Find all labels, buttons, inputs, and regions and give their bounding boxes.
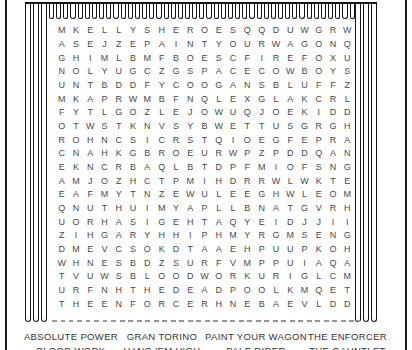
grid-cell[interactable]: Y (326, 65, 340, 79)
grid-cell[interactable]: P (297, 243, 311, 257)
grid-cell[interactable]: M (55, 92, 69, 106)
grid-cell[interactable]: Q (254, 24, 268, 38)
grid-cell[interactable]: C (112, 243, 126, 257)
grid-cell[interactable]: H (212, 174, 226, 188)
grid-cell[interactable]: U (240, 38, 254, 52)
grid-cell[interactable]: K (154, 243, 168, 257)
grid-cell[interactable]: L (340, 92, 354, 106)
grid-cell[interactable]: D (340, 106, 354, 120)
grid-cell[interactable]: F (55, 106, 69, 120)
grid-cell[interactable]: M (140, 92, 154, 106)
grid-cell[interactable]: B (169, 51, 183, 65)
grid-cell[interactable]: I (169, 38, 183, 52)
grid-cell[interactable]: R (197, 297, 211, 311)
grid-cell[interactable]: N (183, 92, 197, 106)
grid-cell[interactable]: Q (312, 147, 326, 161)
grid-cell[interactable]: Z (112, 38, 126, 52)
grid-cell[interactable]: I (312, 106, 326, 120)
grid-cell[interactable]: H (69, 297, 83, 311)
grid-cell[interactable]: G (212, 79, 226, 93)
grid-cell[interactable]: S (126, 215, 140, 229)
grid-cell[interactable]: N (326, 38, 340, 52)
grid-cell[interactable]: J (312, 215, 326, 229)
grid-cell[interactable]: G (269, 133, 283, 147)
grid-cell[interactable]: C (226, 65, 240, 79)
grid-cell[interactable]: K (312, 243, 326, 257)
grid-cell[interactable]: D (212, 161, 226, 175)
grid-cell[interactable]: E (283, 297, 297, 311)
grid-cell[interactable]: E (83, 38, 97, 52)
grid-cell[interactable]: Z (154, 65, 168, 79)
grid-cell[interactable]: W (269, 174, 283, 188)
grid-cell[interactable]: I (140, 202, 154, 216)
grid-cell[interactable]: S (283, 120, 297, 134)
grid-cell[interactable]: G (326, 120, 340, 134)
grid-cell[interactable]: M (69, 243, 83, 257)
grid-cell[interactable]: I (297, 256, 311, 270)
grid-cell[interactable]: A (269, 202, 283, 216)
grid-cell[interactable]: M (226, 229, 240, 243)
grid-cell[interactable]: M (283, 229, 297, 243)
grid-cell[interactable]: N (69, 147, 83, 161)
grid-cell[interactable]: E (312, 229, 326, 243)
grid-cell[interactable]: C (169, 297, 183, 311)
grid-cell[interactable]: E (169, 188, 183, 202)
grid-cell[interactable]: U (55, 215, 69, 229)
grid-cell[interactable]: T (126, 188, 140, 202)
grid-cell[interactable]: P (97, 92, 111, 106)
grid-cell[interactable]: M (254, 161, 268, 175)
grid-cell[interactable]: R (269, 51, 283, 65)
grid-cell[interactable]: L (212, 92, 226, 106)
grid-cell[interactable]: O (312, 51, 326, 65)
grid-cell[interactable]: F (83, 188, 97, 202)
grid-cell[interactable]: T (197, 38, 211, 52)
grid-cell[interactable]: Y (140, 229, 154, 243)
grid-cell[interactable]: U (197, 188, 211, 202)
grid-cell[interactable]: I (326, 215, 340, 229)
grid-cell[interactable]: T (197, 133, 211, 147)
grid-cell[interactable]: D (297, 147, 311, 161)
grid-cell[interactable]: N (112, 297, 126, 311)
grid-cell[interactable]: Q (312, 284, 326, 298)
grid-cell[interactable]: C (326, 270, 340, 284)
grid-cell[interactable]: C (97, 161, 111, 175)
grid-cell[interactable]: G (340, 229, 354, 243)
grid-cell[interactable]: H (69, 51, 83, 65)
grid-cell[interactable]: T (326, 174, 340, 188)
grid-cell[interactable]: B (183, 161, 197, 175)
grid-cell[interactable]: Y (169, 202, 183, 216)
grid-cell[interactable]: O (326, 243, 340, 257)
grid-cell[interactable]: N (69, 202, 83, 216)
grid-cell[interactable]: B (240, 202, 254, 216)
grid-cell[interactable]: I (197, 174, 211, 188)
grid-cell[interactable]: Y (240, 215, 254, 229)
grid-cell[interactable]: L (283, 174, 297, 188)
grid-cell[interactable]: R (154, 147, 168, 161)
grid-cell[interactable]: I (254, 51, 268, 65)
grid-cell[interactable]: H (340, 120, 354, 134)
grid-cell[interactable]: L (112, 24, 126, 38)
grid-cell[interactable]: W (283, 188, 297, 202)
grid-cell[interactable]: S (183, 65, 197, 79)
grid-cell[interactable]: S (212, 51, 226, 65)
grid-cell[interactable]: V (297, 297, 311, 311)
grid-cell[interactable]: A (55, 38, 69, 52)
grid-cell[interactable]: S (126, 243, 140, 257)
grid-cell[interactable]: Z (154, 188, 168, 202)
grid-cell[interactable]: W (83, 120, 97, 134)
grid-cell[interactable]: O (254, 284, 268, 298)
grid-cell[interactable]: H (126, 174, 140, 188)
grid-cell[interactable]: M (97, 188, 111, 202)
grid-cell[interactable]: T (154, 174, 168, 188)
grid-cell[interactable]: T (97, 202, 111, 216)
grid-cell[interactable]: I (340, 215, 354, 229)
grid-cell[interactable]: R (197, 256, 211, 270)
grid-cell[interactable]: M (69, 174, 83, 188)
grid-cell[interactable]: L (212, 202, 226, 216)
grid-cell[interactable]: O (69, 65, 83, 79)
grid-cell[interactable]: Z (254, 147, 268, 161)
grid-cell[interactable]: H (83, 133, 97, 147)
grid-cell[interactable]: D (283, 215, 297, 229)
grid-cell[interactable]: Q (226, 215, 240, 229)
grid-cell[interactable]: N (97, 133, 111, 147)
grid-cell[interactable]: B (97, 79, 111, 93)
grid-cell[interactable]: Z (154, 256, 168, 270)
grid-cell[interactable]: A (112, 215, 126, 229)
grid-cell[interactable]: C (169, 79, 183, 93)
grid-cell[interactable]: R (112, 161, 126, 175)
grid-cell[interactable]: A (212, 215, 226, 229)
grid-cell[interactable]: F (326, 79, 340, 93)
grid-cell[interactable]: V (69, 270, 83, 284)
grid-cell[interactable]: P (269, 256, 283, 270)
grid-cell[interactable]: C (254, 65, 268, 79)
grid-cell[interactable]: H (154, 229, 168, 243)
grid-cell[interactable]: U (340, 51, 354, 65)
grid-cell[interactable]: Y (97, 65, 111, 79)
grid-cell[interactable]: E (226, 243, 240, 257)
grid-cell[interactable]: S (69, 38, 83, 52)
grid-cell[interactable]: T (112, 120, 126, 134)
grid-cell[interactable]: N (326, 161, 340, 175)
grid-cell[interactable]: E (169, 24, 183, 38)
grid-cell[interactable]: N (340, 147, 354, 161)
grid-cell[interactable]: E (226, 92, 240, 106)
grid-cell[interactable]: U (283, 256, 297, 270)
grid-cell[interactable]: U (269, 120, 283, 134)
grid-cell[interactable]: Q (326, 256, 340, 270)
grid-cell[interactable]: L (297, 188, 311, 202)
grid-cell[interactable]: A (55, 174, 69, 188)
grid-cell[interactable]: F (240, 161, 254, 175)
grid-cell[interactable]: T (283, 202, 297, 216)
grid-cell[interactable]: C (55, 147, 69, 161)
grid-cell[interactable]: F (297, 51, 311, 65)
grid-cell[interactable]: T (55, 297, 69, 311)
grid-cell[interactable]: Q (154, 161, 168, 175)
grid-cell[interactable]: K (69, 92, 83, 106)
grid-cell[interactable]: T (69, 120, 83, 134)
grid-cell[interactable]: L (226, 202, 240, 216)
grid-cell[interactable]: E (226, 188, 240, 202)
grid-cell[interactable]: U (197, 147, 211, 161)
grid-cell[interactable]: P (269, 147, 283, 161)
grid-cell[interactable]: A (212, 243, 226, 257)
grid-cell[interactable]: S (112, 270, 126, 284)
grid-cell[interactable]: O (169, 270, 183, 284)
grid-cell[interactable]: A (69, 188, 83, 202)
grid-cell[interactable]: B (126, 161, 140, 175)
grid-cell[interactable]: I (140, 215, 154, 229)
grid-cell[interactable]: A (283, 92, 297, 106)
grid-cell[interactable]: H (340, 243, 354, 257)
grid-cell[interactable]: D (112, 79, 126, 93)
grid-cell[interactable]: G (112, 106, 126, 120)
grid-cell[interactable]: L (212, 188, 226, 202)
grid-cell[interactable]: K (69, 161, 83, 175)
grid-cell[interactable]: A (326, 147, 340, 161)
grid-cell[interactable]: I (269, 215, 283, 229)
grid-cell[interactable]: U (226, 106, 240, 120)
grid-cell[interactable]: O (126, 106, 140, 120)
grid-cell[interactable]: B (140, 147, 154, 161)
grid-cell[interactable]: B (197, 120, 211, 134)
grid-cell[interactable]: M (183, 174, 197, 188)
grid-cell[interactable]: R (226, 270, 240, 284)
grid-cell[interactable]: H (112, 202, 126, 216)
grid-cell[interactable]: O (226, 38, 240, 52)
grid-cell[interactable]: R (126, 229, 140, 243)
grid-cell[interactable]: U (126, 202, 140, 216)
grid-cell[interactable]: N (226, 297, 240, 311)
grid-cell[interactable]: N (140, 120, 154, 134)
grid-cell[interactable]: Q (340, 38, 354, 52)
grid-cell[interactable]: M (340, 188, 354, 202)
grid-cell[interactable]: K (69, 24, 83, 38)
grid-cell[interactable]: K (112, 147, 126, 161)
grid-cell[interactable]: N (183, 38, 197, 52)
grid-cell[interactable]: P (197, 65, 211, 79)
grid-cell[interactable]: R (83, 215, 97, 229)
grid-cell[interactable]: O (269, 106, 283, 120)
grid-cell[interactable]: E (240, 297, 254, 311)
grid-cell[interactable]: Z (112, 174, 126, 188)
grid-cell[interactable]: A (269, 297, 283, 311)
grid-cell[interactable]: E (240, 65, 254, 79)
grid-cell[interactable]: S (140, 24, 154, 38)
grid-cell[interactable]: O (69, 133, 83, 147)
grid-cell[interactable]: N (240, 79, 254, 93)
grid-cell[interactable]: P (312, 133, 326, 147)
grid-cell[interactable]: W (197, 270, 211, 284)
grid-cell[interactable]: W (297, 24, 311, 38)
grid-cell[interactable]: Q (240, 24, 254, 38)
grid-cell[interactable]: E (226, 120, 240, 134)
grid-cell[interactable]: H (183, 215, 197, 229)
grid-cell[interactable]: K (283, 284, 297, 298)
grid-cell[interactable]: Y (154, 79, 168, 93)
grid-cell[interactable]: B (126, 256, 140, 270)
grid-cell[interactable]: Y (183, 120, 197, 134)
grid-cell[interactable]: L (154, 106, 168, 120)
grid-cell[interactable]: K (126, 120, 140, 134)
grid-cell[interactable]: E (183, 297, 197, 311)
grid-cell[interactable]: S (169, 256, 183, 270)
grid-cell[interactable]: L (112, 51, 126, 65)
grid-cell[interactable]: M (97, 51, 111, 65)
grid-cell[interactable]: W (212, 106, 226, 120)
grid-cell[interactable]: J (97, 38, 111, 52)
grid-cell[interactable]: P (140, 38, 154, 52)
grid-cell[interactable]: D (169, 284, 183, 298)
grid-cell[interactable]: K (312, 174, 326, 188)
grid-cell[interactable]: G (297, 202, 311, 216)
grid-cell[interactable]: E (97, 256, 111, 270)
grid-cell[interactable]: Y (112, 188, 126, 202)
grid-cell[interactable]: E (169, 215, 183, 229)
grid-cell[interactable]: P (240, 147, 254, 161)
grid-cell[interactable]: P (197, 229, 211, 243)
grid-cell[interactable]: R (269, 270, 283, 284)
grid-cell[interactable]: E (55, 188, 69, 202)
grid-cell[interactable]: L (169, 161, 183, 175)
grid-cell[interactable]: N (326, 229, 340, 243)
grid-cell[interactable]: O (212, 270, 226, 284)
grid-cell[interactable]: C (112, 133, 126, 147)
grid-cell[interactable]: L (312, 297, 326, 311)
grid-cell[interactable]: W (269, 38, 283, 52)
grid-cell[interactable]: A (154, 38, 168, 52)
grid-cell[interactable]: C (140, 174, 154, 188)
grid-cell[interactable]: G (97, 229, 111, 243)
grid-cell[interactable]: T (240, 120, 254, 134)
grid-cell[interactable]: E (297, 133, 311, 147)
grid-cell[interactable]: S (340, 65, 354, 79)
grid-cell[interactable]: M (240, 256, 254, 270)
grid-cell[interactable]: E (126, 38, 140, 52)
grid-cell[interactable]: E (254, 133, 268, 147)
grid-cell[interactable]: E (55, 161, 69, 175)
grid-cell[interactable]: O (197, 106, 211, 120)
grid-cell[interactable]: A (83, 92, 97, 106)
grid-cell[interactable]: S (112, 256, 126, 270)
grid-cell[interactable]: E (83, 297, 97, 311)
grid-cell[interactable]: U (283, 243, 297, 257)
grid-cell[interactable]: N (140, 188, 154, 202)
grid-cell[interactable]: R (326, 133, 340, 147)
grid-cell[interactable]: U (269, 243, 283, 257)
grid-cell[interactable]: V (226, 256, 240, 270)
grid-cell[interactable]: F (312, 79, 326, 93)
grid-cell[interactable]: O (169, 147, 183, 161)
grid-cell[interactable]: R (69, 284, 83, 298)
grid-cell[interactable]: Q (197, 92, 211, 106)
grid-cell[interactable]: J (254, 106, 268, 120)
grid-cell[interactable]: P (169, 174, 183, 188)
grid-cell[interactable]: O (140, 243, 154, 257)
grid-cell[interactable]: S (169, 120, 183, 134)
grid-cell[interactable]: Q (212, 133, 226, 147)
grid-cell[interactable]: R (154, 297, 168, 311)
grid-cell[interactable]: B (126, 270, 140, 284)
grid-cell[interactable]: V (312, 202, 326, 216)
grid-cell[interactable]: F (297, 161, 311, 175)
grid-cell[interactable]: Z (340, 79, 354, 93)
grid-cell[interactable]: R (254, 38, 268, 52)
grid-cell[interactable]: D (126, 79, 140, 93)
grid-cell[interactable]: R (326, 24, 340, 38)
grid-cell[interactable]: G (312, 24, 326, 38)
grid-cell[interactable]: S (97, 120, 111, 134)
grid-cell[interactable]: F (154, 51, 168, 65)
grid-cell[interactable]: A (112, 229, 126, 243)
grid-cell[interactable]: R (112, 92, 126, 106)
grid-cell[interactable]: O (55, 120, 69, 134)
grid-cell[interactable]: G (269, 229, 283, 243)
grid-cell[interactable]: G (254, 188, 268, 202)
word-search-grid[interactable]: MKELLYSHEROESQQDUWGRWASEJZEPAINTYOURWAGO… (55, 24, 355, 311)
grid-cell[interactable]: T (340, 284, 354, 298)
grid-cell[interactable]: W (283, 65, 297, 79)
grid-cell[interactable]: D (283, 147, 297, 161)
grid-cell[interactable]: H (154, 24, 168, 38)
grid-cell[interactable]: F (240, 51, 254, 65)
grid-cell[interactable]: T (254, 120, 268, 134)
grid-cell[interactable]: I (69, 229, 83, 243)
grid-cell[interactable]: S (226, 24, 240, 38)
grid-cell[interactable]: E (283, 51, 297, 65)
grid-cell[interactable]: E (254, 215, 268, 229)
grid-cell[interactable]: E (83, 24, 97, 38)
grid-cell[interactable]: D (55, 243, 69, 257)
grid-cell[interactable]: O (97, 174, 111, 188)
grid-cell[interactable]: H (97, 147, 111, 161)
grid-cell[interactable]: O (312, 38, 326, 52)
grid-cell[interactable]: F (283, 133, 297, 147)
grid-cell[interactable]: O (312, 65, 326, 79)
grid-cell[interactable]: R (212, 147, 226, 161)
grid-cell[interactable]: M (140, 51, 154, 65)
grid-cell[interactable]: U (55, 284, 69, 298)
grid-cell[interactable]: S (254, 79, 268, 93)
grid-cell[interactable]: P (254, 243, 268, 257)
grid-cell[interactable]: N (83, 256, 97, 270)
grid-cell[interactable]: G (297, 270, 311, 284)
grid-cell[interactable]: H (169, 229, 183, 243)
grid-cell[interactable]: G (169, 65, 183, 79)
grid-cell[interactable]: G (297, 120, 311, 134)
grid-cell[interactable]: A (83, 147, 97, 161)
grid-cell[interactable]: J (183, 106, 197, 120)
grid-cell[interactable]: R (254, 174, 268, 188)
grid-cell[interactable]: P (226, 161, 240, 175)
grid-cell[interactable]: E (183, 284, 197, 298)
grid-cell[interactable]: I (283, 270, 297, 284)
grid-cell[interactable]: T (197, 215, 211, 229)
grid-cell[interactable]: B (126, 51, 140, 65)
grid-cell[interactable]: I (226, 133, 240, 147)
grid-cell[interactable]: A (183, 202, 197, 216)
grid-cell[interactable]: M (154, 202, 168, 216)
grid-cell[interactable]: Q (240, 106, 254, 120)
grid-cell[interactable]: J (83, 174, 97, 188)
grid-cell[interactable]: D (226, 174, 240, 188)
grid-cell[interactable]: U (283, 24, 297, 38)
